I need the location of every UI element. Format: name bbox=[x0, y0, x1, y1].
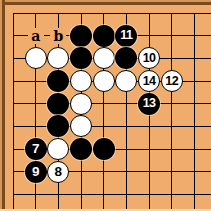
black-stone bbox=[70, 47, 92, 69]
white-stone bbox=[70, 115, 92, 137]
board-edge-left bbox=[2, 0, 5, 211]
move-10-white-stone: 10 bbox=[138, 47, 160, 69]
black-stone bbox=[70, 25, 92, 47]
white-stone bbox=[93, 47, 115, 69]
move-7-black-stone: 7 bbox=[25, 138, 47, 160]
board-frame-bottom-highlight bbox=[0, 209, 211, 211]
white-stone bbox=[47, 47, 69, 69]
move-11-black-stone: 11 bbox=[115, 25, 137, 47]
point-label-b: b bbox=[50, 28, 66, 44]
white-stone bbox=[25, 47, 47, 69]
board-edge-top bbox=[0, 2, 211, 5]
white-stone bbox=[93, 70, 115, 92]
go-diagram: 1110141213798ab bbox=[0, 0, 211, 211]
white-stone bbox=[115, 70, 137, 92]
white-stone bbox=[70, 70, 92, 92]
white-stone bbox=[47, 138, 69, 160]
black-stone bbox=[93, 138, 115, 160]
black-stone bbox=[47, 93, 69, 115]
black-stone bbox=[93, 25, 115, 47]
move-13-black-stone: 13 bbox=[138, 93, 160, 115]
point-label-a: a bbox=[28, 28, 44, 44]
move-14-white-stone: 14 bbox=[138, 70, 160, 92]
move-12-white-stone: 12 bbox=[161, 70, 183, 92]
black-stone bbox=[115, 47, 137, 69]
black-stone bbox=[70, 138, 92, 160]
white-stone bbox=[70, 93, 92, 115]
go-board: 1110141213798ab bbox=[2, 2, 206, 206]
black-stone bbox=[47, 70, 69, 92]
black-stone bbox=[47, 115, 69, 137]
move-9-black-stone: 9 bbox=[25, 161, 47, 183]
move-8-white-stone: 8 bbox=[47, 161, 69, 183]
